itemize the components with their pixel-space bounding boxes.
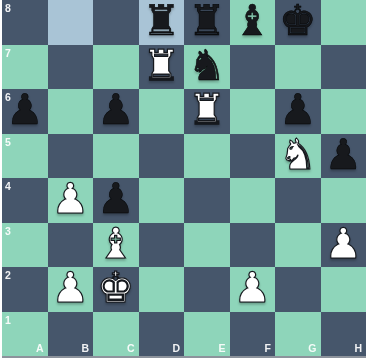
square-g4[interactable] (275, 178, 321, 223)
rank-label-4: 4 (5, 181, 11, 192)
square-f5[interactable] (230, 134, 276, 179)
black-pawn-piece[interactable]: ♟ (6, 89, 44, 131)
square-h6[interactable] (321, 89, 367, 134)
black-pawn-piece[interactable]: ♟ (324, 134, 362, 176)
black-pawn-piece[interactable]: ♟ (97, 178, 135, 220)
black-pawn-piece[interactable]: ♟ (97, 89, 135, 131)
square-g7[interactable] (275, 45, 321, 90)
black-knight-piece[interactable]: ♞ (188, 45, 226, 87)
square-a3[interactable]: 3 (2, 223, 48, 268)
square-h4[interactable] (321, 178, 367, 223)
file-label-d: D (172, 343, 180, 354)
rank-label-5: 5 (5, 137, 11, 148)
square-a8[interactable]: 8 (2, 0, 48, 45)
square-c5[interactable] (93, 134, 139, 179)
square-d3[interactable] (139, 223, 185, 268)
square-g6[interactable]: ♟ (275, 89, 321, 134)
square-b4[interactable]: ♟ (48, 178, 94, 223)
white-bishop-piece[interactable]: ♝ (97, 223, 135, 265)
square-c8[interactable] (93, 0, 139, 45)
square-d2[interactable] (139, 267, 185, 312)
square-c2[interactable]: ♚ (93, 267, 139, 312)
square-f4[interactable] (230, 178, 276, 223)
square-d8[interactable]: ♜ (139, 0, 185, 45)
square-a7[interactable]: 7 (2, 45, 48, 90)
square-f1[interactable]: F (230, 312, 276, 357)
square-g3[interactable] (275, 223, 321, 268)
black-king-piece[interactable]: ♚ (279, 0, 317, 42)
file-label-f: F (265, 343, 271, 354)
square-a5[interactable]: 5 (2, 134, 48, 179)
white-king-piece[interactable]: ♚ (97, 267, 135, 309)
square-b6[interactable] (48, 89, 94, 134)
square-f2[interactable]: ♟ (230, 267, 276, 312)
file-label-h: H (354, 343, 362, 354)
file-label-b: B (81, 343, 89, 354)
rank-label-8: 8 (5, 3, 11, 14)
square-b8[interactable] (48, 0, 94, 45)
file-label-a: A (36, 343, 44, 354)
square-f3[interactable] (230, 223, 276, 268)
white-pawn-piece[interactable]: ♟ (51, 178, 89, 220)
square-f7[interactable] (230, 45, 276, 90)
square-b2[interactable]: ♟ (48, 267, 94, 312)
rank-label-2: 2 (5, 270, 11, 281)
square-e2[interactable] (184, 267, 230, 312)
file-label-g: G (308, 343, 316, 354)
square-c3[interactable]: ♝ (93, 223, 139, 268)
square-g1[interactable]: G (275, 312, 321, 357)
white-pawn-piece[interactable]: ♟ (51, 267, 89, 309)
square-g8[interactable]: ♚ (275, 0, 321, 45)
black-pawn-piece[interactable]: ♟ (279, 89, 317, 131)
chess-board-stage: 8♜♜♝♚7♜♞6♟♟♜♟5♞♟4♟♟3♝♟2♟♚♟1ABCDEFGH (0, 0, 369, 362)
square-g5[interactable]: ♞ (275, 134, 321, 179)
square-h5[interactable]: ♟ (321, 134, 367, 179)
white-knight-piece[interactable]: ♞ (279, 134, 317, 176)
square-c6[interactable]: ♟ (93, 89, 139, 134)
square-b5[interactable] (48, 134, 94, 179)
square-a2[interactable]: 2 (2, 267, 48, 312)
file-label-e: E (218, 343, 225, 354)
square-e4[interactable] (184, 178, 230, 223)
square-b3[interactable] (48, 223, 94, 268)
black-bishop-piece[interactable]: ♝ (233, 0, 271, 42)
square-d1[interactable]: D (139, 312, 185, 357)
square-e3[interactable] (184, 223, 230, 268)
black-rook-piece[interactable]: ♜ (142, 0, 180, 42)
square-c1[interactable]: C (93, 312, 139, 357)
square-h7[interactable] (321, 45, 367, 90)
white-pawn-piece[interactable]: ♟ (324, 223, 362, 265)
square-a1[interactable]: 1A (2, 312, 48, 357)
rank-label-1: 1 (5, 315, 11, 326)
square-e6[interactable]: ♜ (184, 89, 230, 134)
file-label-c: C (127, 343, 135, 354)
chess-board: 8♜♜♝♚7♜♞6♟♟♜♟5♞♟4♟♟3♝♟2♟♚♟1ABCDEFGH (2, 0, 366, 356)
square-b1[interactable]: B (48, 312, 94, 357)
square-f8[interactable]: ♝ (230, 0, 276, 45)
square-b7[interactable] (48, 45, 94, 90)
square-d4[interactable] (139, 178, 185, 223)
square-a4[interactable]: 4 (2, 178, 48, 223)
white-rook-piece[interactable]: ♜ (142, 45, 180, 87)
square-d7[interactable]: ♜ (139, 45, 185, 90)
square-e5[interactable] (184, 134, 230, 179)
square-a6[interactable]: 6♟ (2, 89, 48, 134)
square-c7[interactable] (93, 45, 139, 90)
square-h8[interactable] (321, 0, 367, 45)
black-rook-piece[interactable]: ♜ (188, 0, 226, 42)
square-e8[interactable]: ♜ (184, 0, 230, 45)
rank-label-3: 3 (5, 226, 11, 237)
square-c4[interactable]: ♟ (93, 178, 139, 223)
square-g2[interactable] (275, 267, 321, 312)
square-h3[interactable]: ♟ (321, 223, 367, 268)
rank-label-7: 7 (5, 48, 11, 59)
square-h1[interactable]: H (321, 312, 367, 357)
white-rook-piece[interactable]: ♜ (188, 89, 226, 131)
square-d5[interactable] (139, 134, 185, 179)
square-h2[interactable] (321, 267, 367, 312)
square-e7[interactable]: ♞ (184, 45, 230, 90)
square-f6[interactable] (230, 89, 276, 134)
white-pawn-piece[interactable]: ♟ (233, 267, 271, 309)
square-e1[interactable]: E (184, 312, 230, 357)
square-d6[interactable] (139, 89, 185, 134)
